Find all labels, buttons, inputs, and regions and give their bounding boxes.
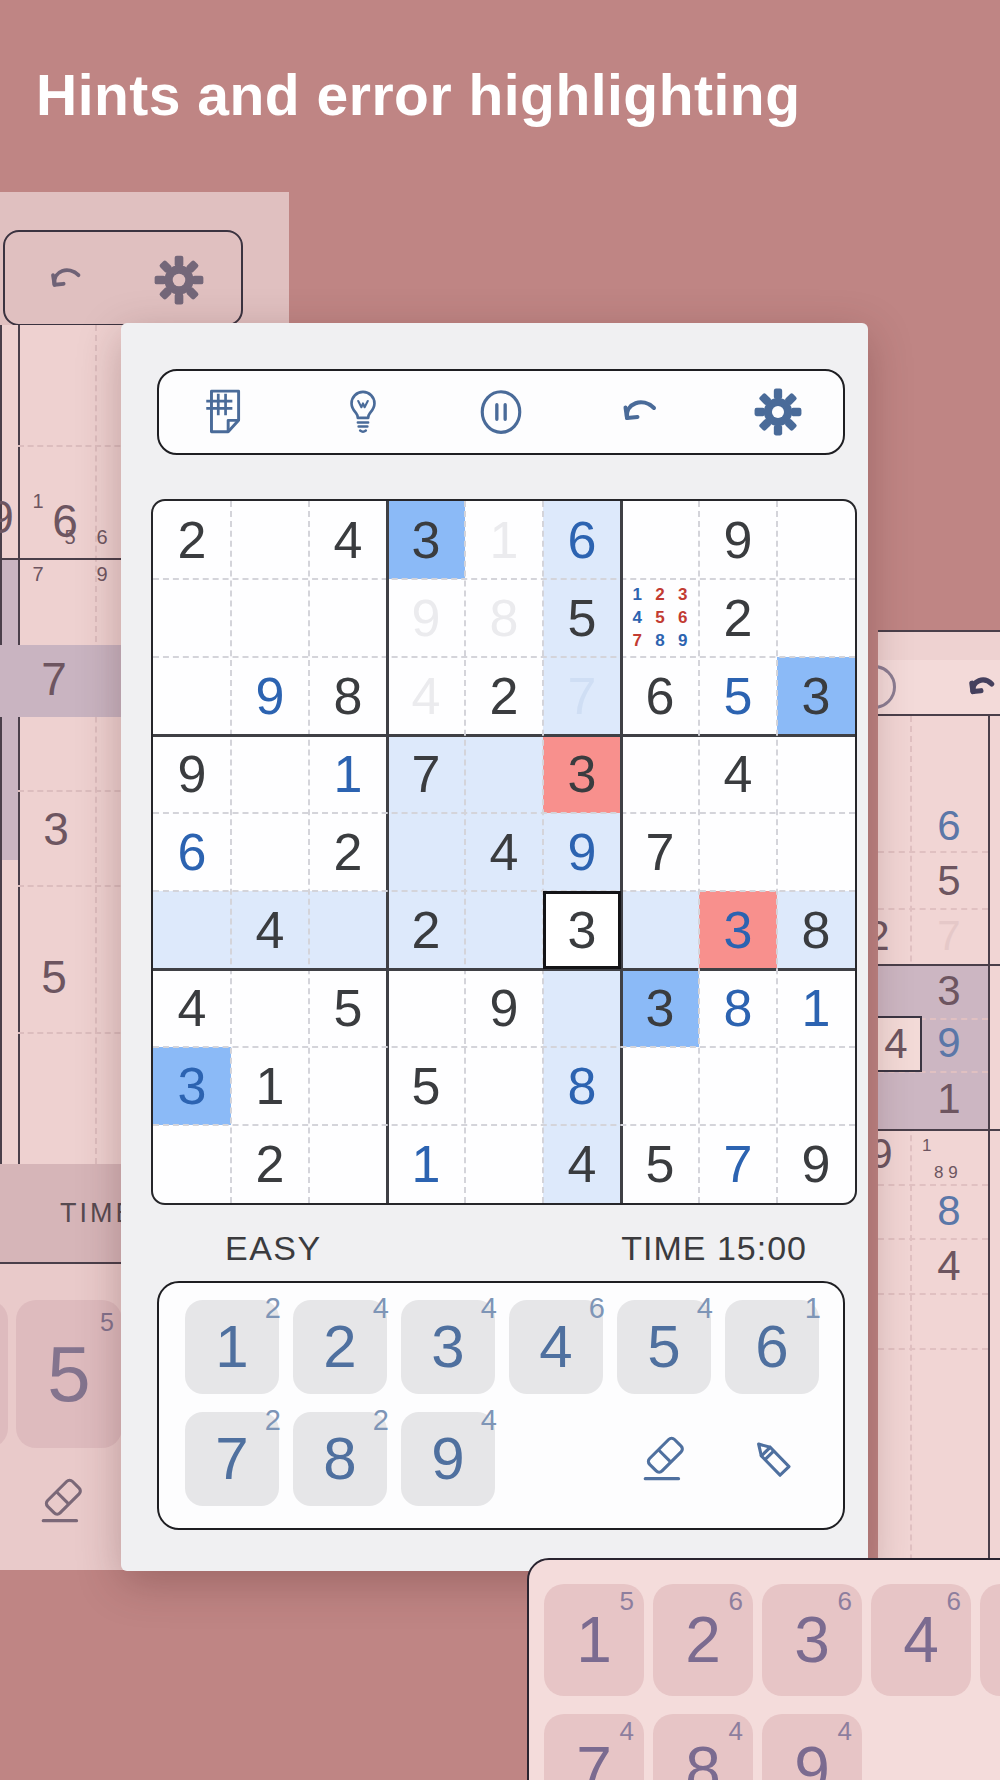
note-digit: 4 (626, 607, 649, 630)
cell-r1c7[interactable] (621, 501, 699, 579)
cell-r4c3[interactable]: 1 (309, 735, 387, 813)
key-count: 5 (100, 1308, 114, 1337)
cell-digit: 7 (621, 813, 699, 891)
numpad-key: 4 6 (871, 1584, 971, 1696)
numpad-key-3[interactable]: 3 4 (401, 1300, 495, 1394)
cell-r4c6[interactable]: 3 (543, 735, 621, 813)
pencil-notes: 123456789 (626, 584, 694, 652)
cell-r5c8[interactable] (699, 813, 777, 891)
cell-digit-partial: 2 (878, 912, 890, 960)
new-game-button[interactable] (199, 386, 249, 438)
cell-r7c4[interactable] (387, 969, 465, 1047)
cell-r6c4[interactable]: 2 (387, 891, 465, 969)
cell-digit: 9 (387, 579, 465, 657)
cell-digit: 2 (699, 579, 777, 657)
toolbar (157, 369, 845, 455)
gear-icon (153, 254, 205, 306)
cell-digit: 7 (41, 652, 67, 706)
cell-digit: 4 (465, 813, 543, 891)
cell-r4c2[interactable] (231, 735, 309, 813)
cell-r9c3[interactable] (309, 1125, 387, 1203)
cell-r8c9[interactable] (777, 1047, 855, 1125)
undo-button[interactable] (615, 386, 665, 438)
cell-r6c2[interactable]: 4 (231, 891, 309, 969)
selected-cell: 4 (878, 1016, 922, 1072)
key-count: 4 (481, 1292, 497, 1325)
numpad-key-1[interactable]: 1 2 (185, 1300, 279, 1394)
cell-digit-partial: 9 (878, 1130, 893, 1178)
numpad-key-7[interactable]: 7 2 (185, 1412, 279, 1506)
cell-digit: 1 (777, 969, 855, 1047)
grid-line (18, 325, 20, 1164)
key-count: 4 (838, 1716, 852, 1747)
cell-r6c1[interactable] (153, 891, 231, 969)
cell-digit: 3 (699, 891, 777, 969)
cell-r5c7[interactable]: 7 (621, 813, 699, 891)
grid-line (878, 851, 988, 853)
cell-digit: 8 (937, 1187, 960, 1235)
cell-r2c5[interactable]: 8 (465, 579, 543, 657)
cell-r1c2[interactable] (231, 501, 309, 579)
eraser-icon (34, 1472, 92, 1530)
cell-r6c9[interactable]: 8 (777, 891, 855, 969)
cell-digit: 3 (543, 735, 621, 813)
numpad-key-2[interactable]: 2 4 (293, 1300, 387, 1394)
cell-r1c4[interactable]: 3 (387, 501, 465, 579)
cell-digit: 9 (465, 969, 543, 1047)
grid-line (18, 790, 130, 792)
cell-digit: 5 (387, 1047, 465, 1125)
cell-digit: 4 (309, 501, 387, 579)
selected-cell-ring (543, 891, 621, 969)
cell-r9c9[interactable]: 9 (777, 1125, 855, 1203)
cell-r4c8[interactable]: 4 (699, 735, 777, 813)
cell-r9c4[interactable]: 1 (387, 1125, 465, 1203)
cell-r5c3[interactable]: 2 (309, 813, 387, 891)
gear-icon (753, 386, 803, 438)
key-count: 6 (947, 1586, 961, 1617)
cell-digit: 6 (937, 802, 960, 850)
cell-r1c3[interactable]: 4 (309, 501, 387, 579)
cell-r4c5[interactable] (465, 735, 543, 813)
cell-r3c3[interactable]: 8 (309, 657, 387, 735)
page-title: Hints and error highlighting (36, 62, 936, 128)
key-count: 2 (265, 1404, 281, 1437)
numpad-key-4[interactable]: 4 6 (509, 1300, 603, 1394)
pause-icon (476, 387, 526, 437)
cell-r8c3[interactable] (309, 1047, 387, 1125)
right-panel-toolbar (878, 660, 1000, 714)
numpad-key: 3 6 (762, 1584, 862, 1696)
timer-label: TIME 15:00 (621, 1229, 807, 1268)
cell-r2c1[interactable] (153, 579, 231, 657)
numpad-key-5: 5 5 (16, 1300, 122, 1448)
cell-r8c5[interactable] (465, 1047, 543, 1125)
cell-digit: 8 (543, 1047, 621, 1125)
cell-r9c8[interactable]: 7 (699, 1125, 777, 1203)
cell-digit: 9 (543, 813, 621, 891)
cell-digit: 4 (387, 657, 465, 735)
cell-digit: 9 (231, 657, 309, 735)
cell-digit: 8 (309, 657, 387, 735)
cell-r2c8[interactable]: 2 (699, 579, 777, 657)
cell-digit: 4 (543, 1125, 621, 1203)
note-digit: 6 (86, 520, 118, 557)
cell-r5c6[interactable]: 9 (543, 813, 621, 891)
cell-r7c3[interactable]: 5 (309, 969, 387, 1047)
cell-r4c7[interactable] (621, 735, 699, 813)
cell-digit: 2 (387, 891, 465, 969)
cell-r1c8[interactable]: 9 (699, 501, 777, 579)
cell-digit: 4 (153, 969, 231, 1047)
key-count: 2 (265, 1292, 281, 1325)
cell-digit: 6 (52, 494, 78, 548)
cell-r9c1[interactable] (153, 1125, 231, 1203)
sudoku-app-card: 2431699851234567892984276539173462497423… (121, 323, 868, 1571)
key-count: 4 (373, 1292, 389, 1325)
sudoku-grid: 2431699851234567892984276539173462497423… (153, 501, 855, 1203)
cell-r3c6[interactable]: 7 (543, 657, 621, 735)
cell-r2c2[interactable] (231, 579, 309, 657)
sudoku-board: 2431699851234567892984276539173462497423… (151, 499, 857, 1205)
key-count: 6 (589, 1292, 605, 1325)
pause-button[interactable] (476, 386, 526, 438)
right-panel-header (878, 632, 1000, 660)
numpad-key-5[interactable]: 5 4 (617, 1300, 711, 1394)
cell-r5c5[interactable]: 4 (465, 813, 543, 891)
key-count: 4 (729, 1716, 743, 1747)
cell-digit: 9 (777, 1125, 855, 1203)
numpad-key: 7 4 (544, 1714, 644, 1780)
cell-digit: 8 (699, 969, 777, 1047)
cell-digit: 7 (937, 912, 960, 960)
cell-digit: 3 (621, 969, 699, 1047)
cell-r7c6[interactable] (543, 969, 621, 1047)
cell-r5c9[interactable] (777, 813, 855, 891)
cell-digit: 5 (937, 857, 960, 905)
cell-digit: 3 (153, 1047, 231, 1125)
cell-r1c9[interactable] (777, 501, 855, 579)
cell-r3c9[interactable]: 3 (777, 657, 855, 735)
cell-digit: 3 (43, 802, 69, 856)
numpad-key-9[interactable]: 9 4 (401, 1412, 495, 1506)
cell-r6c5[interactable] (465, 891, 543, 969)
numpad-key: 1 5 (544, 1584, 644, 1696)
cell-r6c3[interactable] (309, 891, 387, 969)
hint-button[interactable] (338, 386, 388, 438)
pencil-icon (744, 1430, 802, 1488)
key-count: 6 (838, 1586, 852, 1617)
new-game-icon (202, 388, 246, 436)
cell-digit: 1 (387, 1125, 465, 1203)
cell-digit: 8 (777, 891, 855, 969)
cell-r6c7[interactable] (621, 891, 699, 969)
key-count: 1 (805, 1292, 821, 1325)
grid-line (18, 445, 130, 447)
cell-digit: 5 (41, 950, 67, 1004)
grid-line (18, 1032, 130, 1034)
cell-digit: 1 (309, 735, 387, 813)
numpad-key: 2 6 (653, 1584, 753, 1696)
pause-icon (878, 665, 896, 709)
cell-digit: 2 (231, 1125, 309, 1203)
cell-r4c4[interactable]: 7 (387, 735, 465, 813)
cell-digit: 1 (937, 1075, 960, 1123)
grid-line (878, 908, 988, 910)
cell-digit: 7 (387, 735, 465, 813)
cell-r7c5[interactable]: 9 (465, 969, 543, 1047)
cell-r8c7[interactable] (621, 1047, 699, 1125)
cell-r3c7[interactable]: 6 (621, 657, 699, 735)
key-count: 5 (620, 1586, 634, 1617)
cell-digit: 4 (884, 1020, 907, 1068)
cell-r7c9[interactable]: 1 (777, 969, 855, 1047)
note-digit: 1 (626, 584, 649, 607)
cell-r1c1[interactable]: 2 (153, 501, 231, 579)
note-digit: 5 (649, 607, 672, 630)
key-count: 4 (620, 1716, 634, 1747)
grid-line (878, 1293, 988, 1295)
cell-r5c4[interactable] (387, 813, 465, 891)
cell-digit: 9 (153, 735, 231, 813)
note-digit: 3 (671, 584, 694, 607)
grid-line (878, 1238, 988, 1240)
cell-digit: 9 (699, 501, 777, 579)
cell-digit: 5 (699, 657, 777, 735)
cell-r8c6[interactable]: 8 (543, 1047, 621, 1125)
note-digit: 6 (671, 607, 694, 630)
cell-digit: 2 (465, 657, 543, 735)
background-numpad-bottom-right: 1 5 2 6 3 6 4 6 7 4 8 4 9 4 (527, 1558, 1000, 1780)
note-digit: 7 (626, 629, 649, 652)
cell-r3c2[interactable]: 9 (231, 657, 309, 735)
cell-r9c2[interactable]: 2 (231, 1125, 309, 1203)
left-panel-toolbar (3, 230, 243, 326)
pencil-button[interactable] (744, 1430, 802, 1488)
key-count: 2 (373, 1404, 389, 1437)
cell-digit: 9 (937, 1019, 960, 1067)
cell-r3c5[interactable]: 2 (465, 657, 543, 735)
cell-r8c2[interactable]: 1 (231, 1047, 309, 1125)
cell-r9c7[interactable]: 5 (621, 1125, 699, 1203)
note-digit: 1 (922, 1136, 931, 1156)
cell-r4c9[interactable] (777, 735, 855, 813)
cell-digit: 6 (543, 501, 621, 579)
grid-line (95, 325, 97, 1164)
cell-r9c6[interactable]: 4 (543, 1125, 621, 1203)
block-line (878, 964, 1000, 966)
cell-r8c4[interactable]: 5 (387, 1047, 465, 1125)
cell-digit: 2 (309, 813, 387, 891)
cell-digit: 3 (387, 501, 465, 579)
cell-digit: 7 (543, 657, 621, 735)
cell-r5c1[interactable]: 6 (153, 813, 231, 891)
note-digit: 9 (86, 556, 118, 593)
cell-r3c8[interactable]: 5 (699, 657, 777, 735)
numpad-key-8[interactable]: 8 2 (293, 1412, 387, 1506)
cell-digit: 5 (543, 579, 621, 657)
cell-r9c5[interactable] (465, 1125, 543, 1203)
lightbulb-icon (342, 387, 384, 437)
cell-r3c4[interactable]: 4 (387, 657, 465, 735)
cell-r5c2[interactable] (231, 813, 309, 891)
undo-icon (43, 256, 89, 302)
numpad-key: 8 4 (653, 1714, 753, 1780)
cell-r3c1[interactable] (153, 657, 231, 735)
cell-r2c3[interactable] (309, 579, 387, 657)
cell-digit: 5 (621, 1125, 699, 1203)
cell-r2c7[interactable]: 123456789 (621, 579, 699, 657)
cell-digit: 9 (0, 490, 14, 544)
cell-digit: 4 (231, 891, 309, 969)
cell-digit: 1 (465, 501, 543, 579)
cell-r1c5[interactable]: 1 (465, 501, 543, 579)
difficulty-label: EASY (225, 1229, 322, 1268)
note-digit: 7 (22, 556, 54, 593)
cell-digit: 8 (465, 579, 543, 657)
block-line (878, 1129, 1000, 1131)
cell-digit: 4 (937, 1242, 960, 1290)
cell-r6c8[interactable]: 3 (699, 891, 777, 969)
key-count: 6 (729, 1586, 743, 1617)
cell-digit: 6 (153, 813, 231, 891)
numpad: 1 2 2 4 3 4 4 6 5 4 6 1 7 2 8 2 (157, 1281, 845, 1530)
cell-r4c1[interactable]: 9 (153, 735, 231, 813)
numpad-key-6[interactable]: 6 1 (725, 1300, 819, 1394)
cell-r1c6[interactable]: 6 (543, 501, 621, 579)
cell-digit: 6 (621, 657, 699, 735)
grid-line (18, 885, 130, 887)
cell-r2c4[interactable]: 9 (387, 579, 465, 657)
cell-r7c1[interactable]: 4 (153, 969, 231, 1047)
cell-r2c9[interactable] (777, 579, 855, 657)
grid-line (878, 1348, 988, 1350)
note-digit: 8 9 (934, 1163, 958, 1183)
cell-digit: 5 (309, 969, 387, 1047)
note-digit: 2 (649, 584, 672, 607)
cell-digit: 2 (153, 501, 231, 579)
cell-digit: 1 (231, 1047, 309, 1125)
cell-r7c7[interactable]: 3 (621, 969, 699, 1047)
cell-digit: 7 (699, 1125, 777, 1203)
numpad-key (980, 1584, 1000, 1696)
settings-button[interactable] (753, 386, 803, 438)
key-count: 4 (481, 1404, 497, 1437)
grid-edge (878, 714, 1000, 716)
numpad-key: 9 4 (762, 1714, 862, 1780)
cell-r8c1[interactable]: 3 (153, 1047, 231, 1125)
eraser-button[interactable] (636, 1430, 694, 1488)
grid-line (878, 1184, 988, 1186)
cell-digit: 3 (777, 657, 855, 735)
note-digit: 1 (22, 483, 54, 520)
cell-r7c2[interactable] (231, 969, 309, 1047)
cell-digit: 3 (937, 967, 960, 1015)
note-digit: 9 (671, 629, 694, 652)
cell-r8c8[interactable] (699, 1047, 777, 1125)
left-panel-header (0, 192, 289, 325)
note-digit: 8 (649, 629, 672, 652)
cell-r2c6[interactable]: 5 (543, 579, 621, 657)
numpad-key: 6 (0, 1300, 8, 1448)
eraser-icon (636, 1430, 694, 1488)
undo-icon (616, 388, 664, 436)
key-count: 4 (697, 1292, 713, 1325)
cell-r7c8[interactable]: 8 (699, 969, 777, 1047)
undo-icon (964, 669, 1000, 705)
cell-digit: 4 (699, 735, 777, 813)
